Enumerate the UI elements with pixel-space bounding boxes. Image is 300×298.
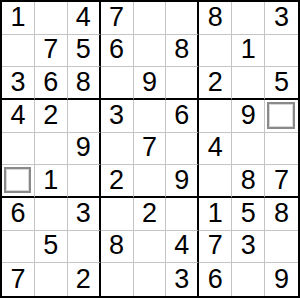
sudoku-cell-r5c8[interactable] (232, 133, 265, 166)
sudoku-cell-r9c1[interactable]: 7 (2, 263, 35, 296)
given-digit: 1 (43, 167, 58, 195)
given-digit: 7 (109, 4, 124, 32)
sudoku-cell-r5c6[interactable] (166, 133, 199, 166)
sudoku-cell-r9c4[interactable] (101, 263, 134, 296)
given-digit: 4 (174, 232, 189, 260)
sudoku-cell-r4c2[interactable]: 2 (35, 100, 68, 133)
sudoku-cell-r5c4[interactable] (101, 133, 134, 166)
sudoku-cell-r2c2[interactable]: 7 (35, 35, 68, 68)
sudoku-cell-r4c7[interactable] (199, 100, 232, 133)
given-digit: 4 (10, 102, 25, 130)
sudoku-cell-r2c3[interactable]: 5 (68, 35, 101, 68)
sudoku-cell-r7c4[interactable] (101, 198, 134, 231)
sudoku-cell-r3c2[interactable]: 6 (35, 67, 68, 100)
sudoku-cell-r5c3[interactable]: 9 (68, 133, 101, 166)
sudoku-cell-r2c4[interactable]: 6 (101, 35, 134, 68)
sudoku-grid: 1478375681368925423699741298763215858473… (2, 2, 298, 296)
sudoku-cell-r7c5[interactable]: 2 (134, 198, 167, 231)
sudoku-cell-r3c6[interactable] (166, 67, 199, 100)
sudoku-cell-r6c2[interactable]: 1 (35, 165, 68, 198)
given-digit: 8 (109, 232, 124, 260)
given-digit: 2 (142, 200, 157, 228)
given-digit: 4 (208, 134, 223, 162)
sudoku-cell-r1c2[interactable] (35, 2, 68, 35)
sudoku-cell-r7c3[interactable]: 3 (68, 198, 101, 231)
sudoku-cell-r9c3[interactable]: 2 (68, 263, 101, 296)
given-digit: 3 (241, 232, 256, 260)
given-digit: 5 (274, 69, 289, 97)
sudoku-cell-r7c6[interactable] (166, 198, 199, 231)
sudoku-cell-r2c7[interactable] (199, 35, 232, 68)
sudoku-cell-r3c1[interactable]: 3 (2, 67, 35, 100)
sudoku-cell-r5c5[interactable]: 7 (134, 133, 167, 166)
given-digit: 5 (241, 200, 256, 228)
given-digit: 6 (208, 266, 223, 294)
sudoku-cell-r8c4[interactable]: 8 (101, 231, 134, 264)
sudoku-cell-r9c5[interactable] (134, 263, 167, 296)
sudoku-cell-r8c6[interactable]: 4 (166, 231, 199, 264)
sudoku-cell-r4c4[interactable]: 3 (101, 100, 134, 133)
sudoku-cell-r2c5[interactable] (134, 35, 167, 68)
sudoku-cell-r9c6[interactable]: 3 (166, 263, 199, 296)
sudoku-cell-r6c4[interactable]: 2 (101, 165, 134, 198)
given-digit: 3 (10, 69, 25, 97)
given-digit: 9 (241, 102, 256, 130)
given-digit: 1 (10, 4, 25, 32)
sudoku-cell-r5c7[interactable]: 4 (199, 133, 232, 166)
given-digit: 6 (109, 36, 124, 64)
sudoku-cell-r8c2[interactable]: 5 (35, 231, 68, 264)
given-digit: 2 (76, 266, 91, 294)
given-digit: 7 (10, 266, 25, 294)
given-digit: 2 (208, 69, 223, 97)
sudoku-cell-r8c5[interactable] (134, 231, 167, 264)
sudoku-cell-r8c3[interactable] (68, 231, 101, 264)
given-digit: 5 (76, 36, 91, 64)
sudoku-cell-r1c3[interactable]: 4 (68, 2, 101, 35)
sudoku-cell-r1c4[interactable]: 7 (101, 2, 134, 35)
given-digit: 1 (208, 200, 223, 228)
sudoku-cell-r3c3[interactable]: 8 (68, 67, 101, 100)
sudoku-cell-r7c9[interactable]: 8 (265, 198, 298, 231)
given-digit: 6 (43, 69, 58, 97)
sudoku-cell-r4c3[interactable] (68, 100, 101, 133)
given-digit: 8 (76, 69, 91, 97)
given-digit: 9 (274, 266, 289, 294)
sudoku-cell-r7c7[interactable]: 1 (199, 198, 232, 231)
given-digit: 8 (241, 167, 256, 195)
given-digit: 2 (43, 102, 58, 130)
sudoku-cell-r6c3[interactable] (68, 165, 101, 198)
given-digit: 8 (208, 4, 223, 32)
sudoku-cell-r4c1[interactable]: 4 (2, 100, 35, 133)
sudoku-cell-r2c1[interactable] (2, 35, 35, 68)
given-digit: 3 (274, 4, 289, 32)
sudoku-cell-r6c7[interactable] (199, 165, 232, 198)
sudoku-cell-r1c9[interactable]: 3 (265, 2, 298, 35)
given-digit: 8 (174, 36, 189, 64)
given-digit: 1 (241, 36, 256, 64)
sudoku-cell-r6c8[interactable]: 8 (232, 165, 265, 198)
sudoku-cell-r1c7[interactable]: 8 (199, 2, 232, 35)
sudoku-cell-r6c1[interactable] (2, 165, 35, 198)
given-digit: 7 (274, 167, 289, 195)
given-digit: 7 (142, 134, 157, 162)
sudoku-cell-r7c8[interactable]: 5 (232, 198, 265, 231)
sudoku-cell-r8c1[interactable] (2, 231, 35, 264)
given-digit: 7 (43, 36, 58, 64)
sudoku-cell-r9c8[interactable] (232, 263, 265, 296)
sudoku-cell-r7c1[interactable]: 6 (2, 198, 35, 231)
sudoku-board: 1478375681368925423699741298763215858473… (0, 0, 300, 298)
sudoku-cell-r1c8[interactable] (232, 2, 265, 35)
sudoku-cell-r8c8[interactable]: 3 (232, 231, 265, 264)
sudoku-cell-r6c9[interactable]: 7 (265, 165, 298, 198)
sudoku-cell-r8c7[interactable]: 7 (199, 231, 232, 264)
sudoku-cell-r9c7[interactable]: 6 (199, 263, 232, 296)
sudoku-cell-r4c6[interactable]: 6 (166, 100, 199, 133)
sudoku-cell-r8c9[interactable] (265, 231, 298, 264)
sudoku-cell-r3c7[interactable]: 2 (199, 67, 232, 100)
given-digit: 3 (76, 200, 91, 228)
given-digit: 3 (109, 102, 124, 130)
given-digit: 9 (174, 167, 189, 195)
sudoku-cell-r3c4[interactable] (101, 67, 134, 100)
given-digit: 3 (174, 266, 189, 294)
given-digit: 8 (274, 200, 289, 228)
given-digit: 2 (109, 167, 124, 195)
given-digit: 9 (76, 134, 91, 162)
sudoku-cell-r2c9[interactable] (265, 35, 298, 68)
sudoku-cell-r9c9[interactable]: 9 (265, 263, 298, 296)
sudoku-cell-r7c2[interactable] (35, 198, 68, 231)
sudoku-cell-r2c8[interactable]: 1 (232, 35, 265, 68)
sudoku-cell-r3c5[interactable]: 9 (134, 67, 167, 100)
sudoku-cell-r5c2[interactable] (35, 133, 68, 166)
sudoku-cell-r3c8[interactable] (232, 67, 265, 100)
sudoku-cell-r5c9[interactable] (265, 133, 298, 166)
given-digit: 6 (174, 102, 189, 130)
given-digit: 9 (142, 69, 157, 97)
sudoku-cell-r4c5[interactable] (134, 100, 167, 133)
given-digit: 5 (43, 232, 58, 260)
sudoku-cell-r1c1[interactable]: 1 (2, 2, 35, 35)
sudoku-cell-r1c5[interactable] (134, 2, 167, 35)
sudoku-cell-r5c1[interactable] (2, 133, 35, 166)
given-digit: 7 (208, 232, 223, 260)
sudoku-cell-r9c2[interactable] (35, 263, 68, 296)
given-digit: 6 (10, 200, 25, 228)
given-digit: 4 (76, 4, 91, 32)
sudoku-cell-r3c9[interactable]: 5 (265, 67, 298, 100)
sudoku-cell-r4c9[interactable] (265, 100, 298, 133)
sudoku-cell-r1c6[interactable] (166, 2, 199, 35)
sudoku-cell-r6c5[interactable] (134, 165, 167, 198)
sudoku-cell-r4c8[interactable]: 9 (232, 100, 265, 133)
sudoku-cell-r2c6[interactable]: 8 (166, 35, 199, 68)
sudoku-cell-r6c6[interactable]: 9 (166, 165, 199, 198)
